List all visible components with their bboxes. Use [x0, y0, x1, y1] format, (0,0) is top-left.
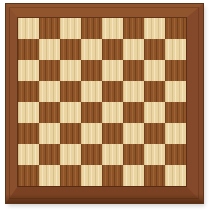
- square-f3[interactable]: [123, 123, 144, 144]
- square-b6[interactable]: [39, 60, 60, 81]
- square-h6[interactable]: [165, 60, 186, 81]
- chessboard-frame: [6, 4, 203, 203]
- square-f4[interactable]: [123, 102, 144, 123]
- square-f2[interactable]: [123, 144, 144, 165]
- square-c4[interactable]: [60, 102, 81, 123]
- square-f6[interactable]: [123, 60, 144, 81]
- square-e5[interactable]: [102, 81, 123, 102]
- square-h1[interactable]: [165, 165, 186, 186]
- square-h7[interactable]: [165, 39, 186, 60]
- square-b4[interactable]: [39, 102, 60, 123]
- square-g5[interactable]: [144, 81, 165, 102]
- square-d7[interactable]: [81, 39, 102, 60]
- square-e3[interactable]: [102, 123, 123, 144]
- square-c3[interactable]: [60, 123, 81, 144]
- square-b3[interactable]: [39, 123, 60, 144]
- square-e1[interactable]: [102, 165, 123, 186]
- square-d6[interactable]: [81, 60, 102, 81]
- square-e7[interactable]: [102, 39, 123, 60]
- square-g7[interactable]: [144, 39, 165, 60]
- square-f7[interactable]: [123, 39, 144, 60]
- square-f1[interactable]: [123, 165, 144, 186]
- square-h4[interactable]: [165, 102, 186, 123]
- square-e6[interactable]: [102, 60, 123, 81]
- square-a4[interactable]: [18, 102, 39, 123]
- square-a3[interactable]: [18, 123, 39, 144]
- square-c5[interactable]: [60, 81, 81, 102]
- square-g2[interactable]: [144, 144, 165, 165]
- square-c7[interactable]: [60, 39, 81, 60]
- square-b2[interactable]: [39, 144, 60, 165]
- square-b5[interactable]: [39, 81, 60, 102]
- square-b1[interactable]: [39, 165, 60, 186]
- square-h3[interactable]: [165, 123, 186, 144]
- square-b8[interactable]: [39, 18, 60, 39]
- square-c1[interactable]: [60, 165, 81, 186]
- square-a1[interactable]: [18, 165, 39, 186]
- square-a6[interactable]: [18, 60, 39, 81]
- square-d1[interactable]: [81, 165, 102, 186]
- square-d5[interactable]: [81, 81, 102, 102]
- square-h5[interactable]: [165, 81, 186, 102]
- square-c2[interactable]: [60, 144, 81, 165]
- square-g4[interactable]: [144, 102, 165, 123]
- board-grid: [18, 18, 186, 186]
- square-f5[interactable]: [123, 81, 144, 102]
- square-g8[interactable]: [144, 18, 165, 39]
- square-b7[interactable]: [39, 39, 60, 60]
- square-a2[interactable]: [18, 144, 39, 165]
- square-d4[interactable]: [81, 102, 102, 123]
- square-g1[interactable]: [144, 165, 165, 186]
- square-d3[interactable]: [81, 123, 102, 144]
- square-a7[interactable]: [18, 39, 39, 60]
- square-e8[interactable]: [102, 18, 123, 39]
- square-g3[interactable]: [144, 123, 165, 144]
- square-d2[interactable]: [81, 144, 102, 165]
- square-h8[interactable]: [165, 18, 186, 39]
- square-c8[interactable]: [60, 18, 81, 39]
- square-h2[interactable]: [165, 144, 186, 165]
- square-e2[interactable]: [102, 144, 123, 165]
- square-g6[interactable]: [144, 60, 165, 81]
- square-f8[interactable]: [123, 18, 144, 39]
- square-a5[interactable]: [18, 81, 39, 102]
- square-d8[interactable]: [81, 18, 102, 39]
- square-e4[interactable]: [102, 102, 123, 123]
- photo-background: [0, 0, 210, 210]
- square-a8[interactable]: [18, 18, 39, 39]
- square-c6[interactable]: [60, 60, 81, 81]
